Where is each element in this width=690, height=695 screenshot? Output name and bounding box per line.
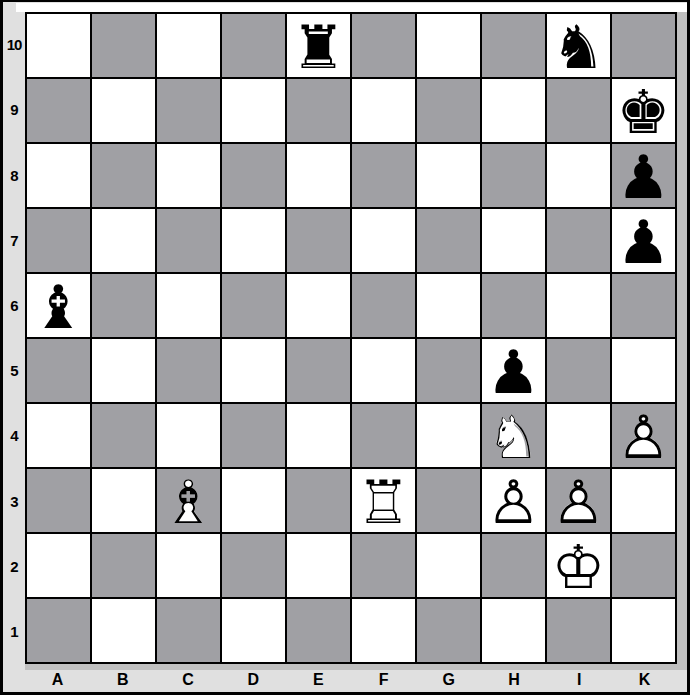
square-g2[interactable] xyxy=(417,534,480,597)
square-d6[interactable] xyxy=(222,274,285,337)
rank-label-9: 9 xyxy=(3,77,25,142)
rank-label-1: 1 xyxy=(3,599,25,664)
square-k7[interactable]: ♟ xyxy=(612,209,675,272)
white-king: ♚♔ xyxy=(547,534,610,597)
square-f2[interactable] xyxy=(352,534,415,597)
square-i2[interactable]: ♚♔ xyxy=(547,534,610,597)
square-h10[interactable] xyxy=(482,14,545,77)
square-k4[interactable]: ♟♙ xyxy=(612,404,675,467)
square-h6[interactable] xyxy=(482,274,545,337)
square-f8[interactable] xyxy=(352,144,415,207)
board: ♜♞♚♟♟♝♟♞♘♟♙♝♗♜♖♟♙♟♙♚♔ xyxy=(25,12,677,664)
square-g6[interactable] xyxy=(417,274,480,337)
file-label-h: H xyxy=(481,668,546,692)
rank-label-7: 7 xyxy=(3,208,25,273)
square-f4[interactable] xyxy=(352,404,415,467)
chessboard-window: 10987654321 ♜♞♚♟♟♝♟♞♘♟♙♝♗♜♖♟♙♟♙♚♔ ABCDEF… xyxy=(0,0,690,695)
square-g3[interactable] xyxy=(417,469,480,532)
square-g4[interactable] xyxy=(417,404,480,467)
square-e2[interactable] xyxy=(287,534,350,597)
square-d4[interactable] xyxy=(222,404,285,467)
white-pawn: ♟♙ xyxy=(547,469,610,532)
square-f3[interactable]: ♜♖ xyxy=(352,469,415,532)
rank-labels: 10987654321 xyxy=(3,12,25,664)
file-label-e: E xyxy=(286,668,351,692)
square-i7[interactable] xyxy=(547,209,610,272)
square-d5[interactable] xyxy=(222,339,285,402)
square-h7[interactable] xyxy=(482,209,545,272)
square-i6[interactable] xyxy=(547,274,610,337)
square-k6[interactable] xyxy=(612,274,675,337)
square-e5[interactable] xyxy=(287,339,350,402)
black-pawn: ♟ xyxy=(612,144,675,207)
square-h2[interactable] xyxy=(482,534,545,597)
square-c9[interactable] xyxy=(157,79,220,142)
square-d8[interactable] xyxy=(222,144,285,207)
square-c7[interactable] xyxy=(157,209,220,272)
square-a9[interactable] xyxy=(27,79,90,142)
square-a1[interactable] xyxy=(27,599,90,662)
rank-label-3: 3 xyxy=(3,468,25,533)
square-b3[interactable] xyxy=(92,469,155,532)
file-label-g: G xyxy=(416,668,481,692)
square-g8[interactable] xyxy=(417,144,480,207)
square-k10[interactable] xyxy=(612,14,675,77)
square-c2[interactable] xyxy=(157,534,220,597)
square-i5[interactable] xyxy=(547,339,610,402)
square-f10[interactable] xyxy=(352,14,415,77)
square-g5[interactable] xyxy=(417,339,480,402)
square-a6[interactable]: ♝ xyxy=(27,274,90,337)
square-i8[interactable] xyxy=(547,144,610,207)
square-a5[interactable] xyxy=(27,339,90,402)
file-label-c: C xyxy=(155,668,220,692)
square-b6[interactable] xyxy=(92,274,155,337)
square-g7[interactable] xyxy=(417,209,480,272)
rank-label-6: 6 xyxy=(3,273,25,338)
square-c4[interactable] xyxy=(157,404,220,467)
black-bishop: ♝ xyxy=(27,274,90,337)
file-label-f: F xyxy=(351,668,416,692)
square-e9[interactable] xyxy=(287,79,350,142)
file-label-i: I xyxy=(547,668,612,692)
white-rook: ♜♖ xyxy=(352,469,415,532)
rank-label-2: 2 xyxy=(3,534,25,599)
square-g9[interactable] xyxy=(417,79,480,142)
white-bishop: ♝♗ xyxy=(157,469,220,532)
white-pawn: ♟♙ xyxy=(482,469,545,532)
square-d2[interactable] xyxy=(222,534,285,597)
square-k2[interactable] xyxy=(612,534,675,597)
square-b5[interactable] xyxy=(92,339,155,402)
square-k8[interactable]: ♟ xyxy=(612,144,675,207)
square-e6[interactable] xyxy=(287,274,350,337)
square-e7[interactable] xyxy=(287,209,350,272)
square-a8[interactable] xyxy=(27,144,90,207)
square-a7[interactable] xyxy=(27,209,90,272)
square-b10[interactable] xyxy=(92,14,155,77)
square-e10[interactable]: ♜ xyxy=(287,14,350,77)
file-label-k: K xyxy=(612,668,677,692)
square-a4[interactable] xyxy=(27,404,90,467)
square-b1[interactable] xyxy=(92,599,155,662)
square-d1[interactable] xyxy=(222,599,285,662)
square-g1[interactable] xyxy=(417,599,480,662)
square-f9[interactable] xyxy=(352,79,415,142)
square-h4[interactable]: ♞♘ xyxy=(482,404,545,467)
square-k1[interactable] xyxy=(612,599,675,662)
white-knight: ♞♘ xyxy=(482,404,545,467)
square-h1[interactable] xyxy=(482,599,545,662)
square-e8[interactable] xyxy=(287,144,350,207)
square-e3[interactable] xyxy=(287,469,350,532)
square-e4[interactable] xyxy=(287,404,350,467)
square-d3[interactable] xyxy=(222,469,285,532)
black-rook: ♜ xyxy=(287,14,350,77)
square-g10[interactable] xyxy=(417,14,480,77)
file-label-b: B xyxy=(90,668,155,692)
square-f7[interactable] xyxy=(352,209,415,272)
square-h5[interactable]: ♟ xyxy=(482,339,545,402)
file-label-a: A xyxy=(25,668,90,692)
rank-label-8: 8 xyxy=(3,142,25,207)
bevel-shadow-right xyxy=(677,12,687,670)
square-i4[interactable] xyxy=(547,404,610,467)
square-d7[interactable] xyxy=(222,209,285,272)
square-h9[interactable] xyxy=(482,79,545,142)
square-d10[interactable] xyxy=(222,14,285,77)
square-h8[interactable] xyxy=(482,144,545,207)
square-f6[interactable] xyxy=(352,274,415,337)
file-label-d: D xyxy=(221,668,286,692)
square-i1[interactable] xyxy=(547,599,610,662)
rank-label-10: 10 xyxy=(3,12,25,77)
white-pawn: ♟♙ xyxy=(612,404,675,467)
rank-label-4: 4 xyxy=(3,403,25,468)
square-b8[interactable] xyxy=(92,144,155,207)
square-c1[interactable] xyxy=(157,599,220,662)
square-h3[interactable]: ♟♙ xyxy=(482,469,545,532)
black-pawn: ♟ xyxy=(612,209,675,272)
rank-label-5: 5 xyxy=(3,338,25,403)
square-i3[interactable]: ♟♙ xyxy=(547,469,610,532)
square-b4[interactable] xyxy=(92,404,155,467)
square-k5[interactable] xyxy=(612,339,675,402)
square-f1[interactable] xyxy=(352,599,415,662)
square-k9[interactable]: ♚ xyxy=(612,79,675,142)
square-c3[interactable]: ♝♗ xyxy=(157,469,220,532)
square-i9[interactable] xyxy=(547,79,610,142)
square-f5[interactable] xyxy=(352,339,415,402)
black-king: ♚ xyxy=(612,79,675,142)
bevel-highlight-top xyxy=(16,3,687,12)
square-a10[interactable] xyxy=(27,14,90,77)
square-b2[interactable] xyxy=(92,534,155,597)
black-knight: ♞ xyxy=(547,14,610,77)
black-pawn: ♟ xyxy=(482,339,545,402)
square-a2[interactable] xyxy=(27,534,90,597)
square-b7[interactable] xyxy=(92,209,155,272)
square-c6[interactable] xyxy=(157,274,220,337)
square-d9[interactable] xyxy=(222,79,285,142)
square-k3[interactable] xyxy=(612,469,675,532)
square-a3[interactable] xyxy=(27,469,90,532)
square-b9[interactable] xyxy=(92,79,155,142)
square-e1[interactable] xyxy=(287,599,350,662)
square-c8[interactable] xyxy=(157,144,220,207)
square-i10[interactable]: ♞ xyxy=(547,14,610,77)
square-c10[interactable] xyxy=(157,14,220,77)
file-labels: ABCDEFGHIK xyxy=(25,668,677,692)
square-c5[interactable] xyxy=(157,339,220,402)
